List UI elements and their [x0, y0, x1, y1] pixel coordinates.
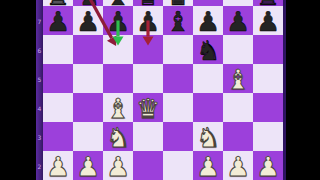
- white-bishop-c4[interactable]: ♝: [106, 94, 130, 121]
- square-b3[interactable]: [73, 122, 103, 151]
- rank-label-5: 5: [36, 77, 43, 83]
- rank-label-6: 6: [36, 48, 43, 54]
- square-b4[interactable]: [73, 93, 103, 122]
- square-h4[interactable]: [253, 93, 283, 122]
- square-c5[interactable]: [103, 64, 133, 93]
- rank-label-2: 2: [36, 164, 43, 170]
- white-bishop-g5[interactable]: ♝: [226, 65, 250, 92]
- white-pawn-f2[interactable]: ♟: [196, 152, 220, 179]
- black-pawn-h7[interactable]: ♟: [256, 7, 280, 34]
- square-a5[interactable]: [43, 64, 73, 93]
- black-bishop-e7[interactable]: ♝: [166, 7, 190, 34]
- chess-board[interactable]: ♜♞♝♛♚♜♟♟♟♟♝♟♟♟♞♝♝♛♞♞♟♟♟♟♟♟: [43, 0, 283, 180]
- white-pawn-g2[interactable]: ♟: [226, 152, 250, 179]
- black-knight-f6[interactable]: ♞: [196, 36, 220, 63]
- square-g3[interactable]: [223, 122, 253, 151]
- rank-label-4: 4: [36, 106, 43, 112]
- square-a3[interactable]: [43, 122, 73, 151]
- white-queen-d4[interactable]: ♛: [136, 94, 160, 121]
- square-g4[interactable]: [223, 93, 253, 122]
- square-e5[interactable]: [163, 64, 193, 93]
- black-pawn-f7[interactable]: ♟: [196, 7, 220, 34]
- square-e3[interactable]: [163, 122, 193, 151]
- square-h5[interactable]: [253, 64, 283, 93]
- square-c6[interactable]: [103, 35, 133, 64]
- square-e6[interactable]: [163, 35, 193, 64]
- white-pawn-h2[interactable]: ♟: [256, 152, 280, 179]
- white-pawn-b2[interactable]: ♟: [76, 152, 100, 179]
- white-pawn-a2[interactable]: ♟: [46, 152, 70, 179]
- square-f4[interactable]: [193, 93, 223, 122]
- square-b6[interactable]: [73, 35, 103, 64]
- square-e2[interactable]: [163, 151, 193, 180]
- square-g6[interactable]: [223, 35, 253, 64]
- white-pawn-c2[interactable]: ♟: [106, 152, 130, 179]
- square-a6[interactable]: [43, 35, 73, 64]
- rank-label-3: 3: [36, 135, 43, 141]
- square-d3[interactable]: [133, 122, 163, 151]
- white-knight-c3[interactable]: ♞: [106, 123, 130, 150]
- square-a4[interactable]: [43, 93, 73, 122]
- square-h6[interactable]: [253, 35, 283, 64]
- video-frame: 765432 ♜♞♝♛♚♜♟♟♟♟♝♟♟♟♞♝♝♛♞♞♟♟♟♟♟♟: [0, 0, 320, 180]
- rank-labels-strip: 765432: [36, 0, 43, 180]
- square-d2[interactable]: [133, 151, 163, 180]
- black-pawn-g7[interactable]: ♟: [226, 7, 250, 34]
- rank-label-7: 7: [36, 19, 43, 25]
- square-d6[interactable]: [133, 35, 163, 64]
- square-d5[interactable]: [133, 64, 163, 93]
- square-e4[interactable]: [163, 93, 193, 122]
- black-pawn-c7[interactable]: ♟: [106, 7, 130, 34]
- square-h3[interactable]: [253, 122, 283, 151]
- black-pawn-b7[interactable]: ♟: [76, 7, 100, 34]
- white-knight-f3[interactable]: ♞: [196, 123, 220, 150]
- black-pawn-a7[interactable]: ♟: [46, 7, 70, 34]
- black-pawn-d7[interactable]: ♟: [136, 7, 160, 34]
- square-b5[interactable]: [73, 64, 103, 93]
- board-right-border: [283, 0, 286, 180]
- square-f5[interactable]: [193, 64, 223, 93]
